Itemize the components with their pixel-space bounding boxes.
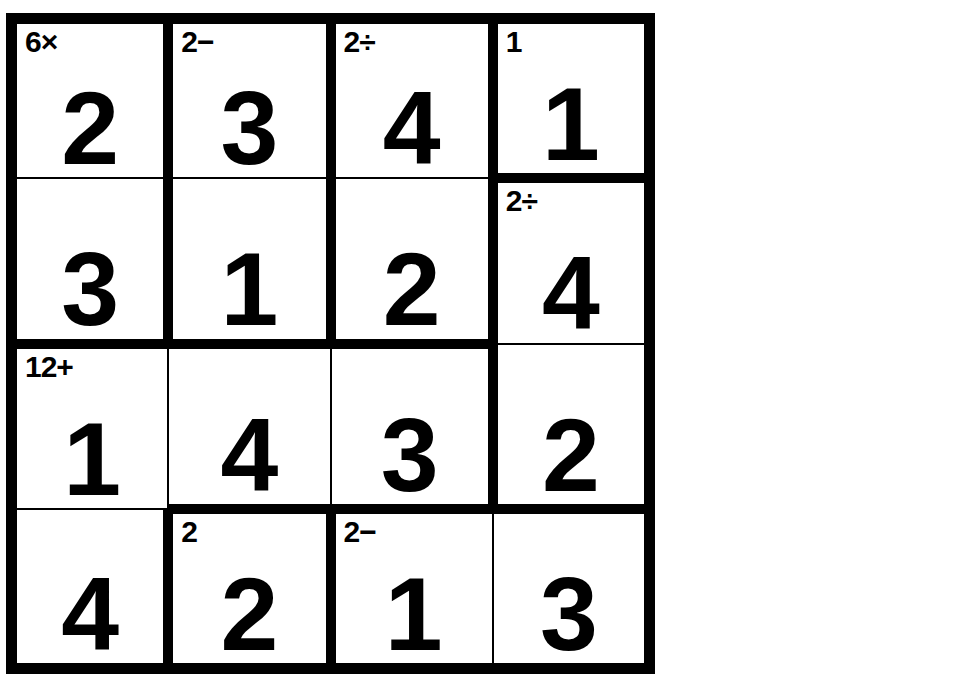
cell-r0c2[interactable]: 2÷4 <box>331 13 493 178</box>
cage-clue: 2 <box>181 515 197 548</box>
cell-r2c1[interactable]: 4 <box>168 344 330 509</box>
cage-clue: 2− <box>181 25 213 58</box>
cell-r0c3[interactable]: 11 <box>493 13 655 178</box>
cage-clue: 2÷ <box>506 184 537 217</box>
cell-value: 3 <box>17 249 163 330</box>
cell-r0c1[interactable]: 2−3 <box>168 13 330 178</box>
cage-clue: 2÷ <box>344 25 375 58</box>
kenken-board: 6×22−32÷4113122÷412+14324222−13 <box>6 13 655 674</box>
cell-r0c0[interactable]: 6×2 <box>6 13 168 178</box>
cell-r3c0[interactable]: 4 <box>6 509 168 674</box>
cell-value: 2 <box>17 88 163 169</box>
cell-value: 4 <box>17 574 163 655</box>
cell-value: 3 <box>494 574 644 655</box>
cell-r3c3[interactable]: 3 <box>493 509 655 674</box>
cell-value: 1 <box>17 419 167 500</box>
cell-r2c0[interactable]: 12+1 <box>6 344 168 509</box>
cage-clue: 6× <box>25 25 57 58</box>
cell-value: 1 <box>498 84 644 165</box>
cell-value: 1 <box>173 249 325 330</box>
cell-value: 2 <box>336 249 488 330</box>
cell-value: 4 <box>498 253 644 334</box>
cage-clue: 12+ <box>25 350 73 383</box>
cell-value: 1 <box>336 574 492 655</box>
cage-clue: 2− <box>344 515 376 548</box>
cell-r2c2[interactable]: 3 <box>331 344 493 509</box>
cell-value: 3 <box>173 88 325 169</box>
cell-value: 4 <box>169 415 329 496</box>
cell-r3c2[interactable]: 2−1 <box>331 509 493 674</box>
cell-r2c3[interactable]: 2 <box>493 344 655 509</box>
cell-value: 3 <box>332 415 488 496</box>
cell-r1c1[interactable]: 1 <box>168 178 330 343</box>
cell-r1c3[interactable]: 2÷4 <box>493 178 655 343</box>
cage-clue: 1 <box>506 25 522 58</box>
cell-value: 4 <box>336 88 488 169</box>
cell-value: 2 <box>498 415 644 496</box>
cell-value: 2 <box>173 574 325 655</box>
cell-r1c2[interactable]: 2 <box>331 178 493 343</box>
cell-r3c1[interactable]: 22 <box>168 509 330 674</box>
cell-r1c0[interactable]: 3 <box>6 178 168 343</box>
